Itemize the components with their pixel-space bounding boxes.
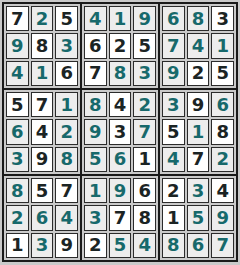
cell-r9c1[interactable]: 1 [6, 233, 29, 258]
cell-r8c9[interactable]: 9 [211, 205, 234, 230]
cell-r4c9[interactable]: 6 [211, 92, 234, 117]
cell-r6c5[interactable]: 6 [109, 147, 132, 172]
cell-r7c5[interactable]: 9 [109, 178, 132, 203]
box-7: 857264139 [4, 176, 80, 260]
cell-r8c2[interactable]: 6 [31, 205, 54, 230]
cell-r3c5[interactable]: 8 [109, 61, 132, 86]
cell-r8c6[interactable]: 8 [133, 205, 156, 230]
cell-r7c1[interactable]: 8 [6, 178, 29, 203]
cell-r8c5[interactable]: 7 [109, 205, 132, 230]
cell-r5c4[interactable]: 9 [84, 119, 107, 144]
cell-r3c7[interactable]: 9 [162, 61, 185, 86]
cell-r4c4[interactable]: 8 [84, 92, 107, 117]
box-3: 683741925 [160, 4, 236, 88]
box-1: 725983416 [4, 4, 80, 88]
cell-r3c9[interactable]: 5 [211, 61, 234, 86]
cell-r5c7[interactable]: 5 [162, 119, 185, 144]
cell-r3c1[interactable]: 4 [6, 61, 29, 86]
cell-r2c5[interactable]: 2 [109, 33, 132, 58]
cell-r5c2[interactable]: 4 [31, 119, 54, 144]
cell-r4c7[interactable]: 3 [162, 92, 185, 117]
cell-r1c5[interactable]: 1 [109, 6, 132, 31]
cell-r9c8[interactable]: 6 [187, 233, 210, 258]
cell-r1c3[interactable]: 5 [55, 6, 78, 31]
cell-r3c2[interactable]: 1 [31, 61, 54, 86]
sudoku-board: 7259834164196257836837419255716423988429… [2, 2, 238, 262]
cell-r2c4[interactable]: 6 [84, 33, 107, 58]
cell-r1c2[interactable]: 2 [31, 6, 54, 31]
cell-r9c4[interactable]: 2 [84, 233, 107, 258]
cell-r1c8[interactable]: 8 [187, 6, 210, 31]
cell-r6c1[interactable]: 3 [6, 147, 29, 172]
cell-r2c1[interactable]: 9 [6, 33, 29, 58]
cell-r4c5[interactable]: 4 [109, 92, 132, 117]
box-4: 571642398 [4, 90, 80, 174]
box-8: 196378254 [82, 176, 158, 260]
cell-r5c6[interactable]: 7 [133, 119, 156, 144]
box-5: 842937561 [82, 90, 158, 174]
cell-r8c8[interactable]: 5 [187, 205, 210, 230]
cell-r6c8[interactable]: 7 [187, 147, 210, 172]
cell-r5c1[interactable]: 6 [6, 119, 29, 144]
cell-r9c6[interactable]: 4 [133, 233, 156, 258]
cell-r3c8[interactable]: 2 [187, 61, 210, 86]
cell-r4c1[interactable]: 5 [6, 92, 29, 117]
cell-r3c3[interactable]: 6 [55, 61, 78, 86]
cell-r7c2[interactable]: 5 [31, 178, 54, 203]
cell-r5c8[interactable]: 1 [187, 119, 210, 144]
box-6: 396518472 [160, 90, 236, 174]
cell-r8c3[interactable]: 4 [55, 205, 78, 230]
cell-r6c7[interactable]: 4 [162, 147, 185, 172]
cell-r1c1[interactable]: 7 [6, 6, 29, 31]
cell-r7c3[interactable]: 7 [55, 178, 78, 203]
cell-r4c8[interactable]: 9 [187, 92, 210, 117]
cell-r6c9[interactable]: 2 [211, 147, 234, 172]
cell-r2c9[interactable]: 1 [211, 33, 234, 58]
cell-r5c3[interactable]: 2 [55, 119, 78, 144]
cell-r8c1[interactable]: 2 [6, 205, 29, 230]
cell-r7c6[interactable]: 6 [133, 178, 156, 203]
cell-r3c4[interactable]: 7 [84, 61, 107, 86]
cell-r3c6[interactable]: 3 [133, 61, 156, 86]
cell-r6c2[interactable]: 9 [31, 147, 54, 172]
cell-r9c7[interactable]: 8 [162, 233, 185, 258]
cell-r2c6[interactable]: 5 [133, 33, 156, 58]
cell-r2c7[interactable]: 7 [162, 33, 185, 58]
cell-r1c4[interactable]: 4 [84, 6, 107, 31]
cell-r9c3[interactable]: 9 [55, 233, 78, 258]
box-9: 234159867 [160, 176, 236, 260]
cell-r1c7[interactable]: 6 [162, 6, 185, 31]
cell-r8c7[interactable]: 1 [162, 205, 185, 230]
cell-r9c2[interactable]: 3 [31, 233, 54, 258]
box-2: 419625783 [82, 4, 158, 88]
cell-r6c4[interactable]: 5 [84, 147, 107, 172]
cell-r7c4[interactable]: 1 [84, 178, 107, 203]
cell-r1c6[interactable]: 9 [133, 6, 156, 31]
cell-r5c9[interactable]: 8 [211, 119, 234, 144]
cell-r4c2[interactable]: 7 [31, 92, 54, 117]
cell-r7c8[interactable]: 3 [187, 178, 210, 203]
cell-r6c3[interactable]: 8 [55, 147, 78, 172]
cell-r7c9[interactable]: 4 [211, 178, 234, 203]
cell-r2c3[interactable]: 3 [55, 33, 78, 58]
cell-r9c9[interactable]: 7 [211, 233, 234, 258]
cell-r4c6[interactable]: 2 [133, 92, 156, 117]
cell-r1c9[interactable]: 3 [211, 6, 234, 31]
cell-r5c5[interactable]: 3 [109, 119, 132, 144]
cell-r4c3[interactable]: 1 [55, 92, 78, 117]
cell-r2c8[interactable]: 4 [187, 33, 210, 58]
cell-r6c6[interactable]: 1 [133, 147, 156, 172]
cell-r9c5[interactable]: 5 [109, 233, 132, 258]
cell-r7c7[interactable]: 2 [162, 178, 185, 203]
cell-r8c4[interactable]: 3 [84, 205, 107, 230]
cell-r2c2[interactable]: 8 [31, 33, 54, 58]
